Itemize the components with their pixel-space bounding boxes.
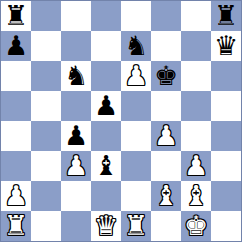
- square-c4[interactable]: ♟: [61, 121, 91, 151]
- chess-board: ♜♜♟♞♛♞♟♚♟♟♟♟♝♟♟♝♝♜♛♜♚: [0, 0, 242, 242]
- white-pawn[interactable]: ♟: [64, 152, 88, 179]
- white-queen[interactable]: ♛: [94, 212, 118, 239]
- white-king[interactable]: ♚: [184, 212, 208, 239]
- square-b6[interactable]: [31, 61, 61, 91]
- white-pawn[interactable]: ♟: [184, 152, 208, 179]
- square-b2[interactable]: [31, 181, 61, 211]
- square-h4[interactable]: [211, 121, 241, 151]
- square-h7[interactable]: ♛: [211, 31, 241, 61]
- square-g1[interactable]: ♚: [181, 211, 211, 241]
- square-d5[interactable]: ♟: [91, 91, 121, 121]
- square-b8[interactable]: [31, 1, 61, 31]
- square-h3[interactable]: [211, 151, 241, 181]
- square-h5[interactable]: [211, 91, 241, 121]
- square-h6[interactable]: [211, 61, 241, 91]
- black-pawn[interactable]: ♟: [94, 92, 118, 119]
- square-h2[interactable]: [211, 181, 241, 211]
- square-b5[interactable]: [31, 91, 61, 121]
- square-e7[interactable]: ♞: [121, 31, 151, 61]
- square-h1[interactable]: [211, 211, 241, 241]
- black-knight[interactable]: ♞: [124, 32, 148, 59]
- square-d2[interactable]: [91, 181, 121, 211]
- square-c3[interactable]: ♟: [61, 151, 91, 181]
- square-a7[interactable]: ♟: [1, 31, 31, 61]
- square-f6[interactable]: ♚: [151, 61, 181, 91]
- black-pawn[interactable]: ♟: [4, 32, 28, 59]
- white-pawn[interactable]: ♟: [4, 182, 28, 209]
- white-pawn[interactable]: ♟: [154, 122, 178, 149]
- square-e1[interactable]: ♜: [121, 211, 151, 241]
- white-bishop[interactable]: ♝: [154, 182, 178, 209]
- square-e5[interactable]: [121, 91, 151, 121]
- square-b3[interactable]: [31, 151, 61, 181]
- square-a6[interactable]: [1, 61, 31, 91]
- black-queen[interactable]: ♛: [214, 32, 238, 59]
- square-f1[interactable]: [151, 211, 181, 241]
- square-f4[interactable]: ♟: [151, 121, 181, 151]
- black-rook[interactable]: ♜: [4, 2, 28, 29]
- square-h8[interactable]: ♜: [211, 1, 241, 31]
- square-d7[interactable]: [91, 31, 121, 61]
- square-b4[interactable]: [31, 121, 61, 151]
- square-f2[interactable]: ♝: [151, 181, 181, 211]
- square-c1[interactable]: [61, 211, 91, 241]
- black-rook[interactable]: ♜: [214, 2, 238, 29]
- square-e6[interactable]: ♟: [121, 61, 151, 91]
- square-d1[interactable]: ♛: [91, 211, 121, 241]
- square-g4[interactable]: [181, 121, 211, 151]
- black-king[interactable]: ♚: [154, 62, 178, 89]
- square-a5[interactable]: [1, 91, 31, 121]
- square-f7[interactable]: [151, 31, 181, 61]
- square-b7[interactable]: [31, 31, 61, 61]
- black-pawn[interactable]: ♟: [64, 122, 88, 149]
- square-d4[interactable]: [91, 121, 121, 151]
- square-e2[interactable]: [121, 181, 151, 211]
- square-d8[interactable]: [91, 1, 121, 31]
- white-rook[interactable]: ♜: [124, 212, 148, 239]
- square-g8[interactable]: [181, 1, 211, 31]
- square-a3[interactable]: [1, 151, 31, 181]
- square-d6[interactable]: [91, 61, 121, 91]
- square-c5[interactable]: [61, 91, 91, 121]
- square-d3[interactable]: ♝: [91, 151, 121, 181]
- square-c6[interactable]: ♞: [61, 61, 91, 91]
- square-a1[interactable]: ♜: [1, 211, 31, 241]
- white-pawn[interactable]: ♟: [124, 62, 148, 89]
- square-g5[interactable]: [181, 91, 211, 121]
- square-g3[interactable]: ♟: [181, 151, 211, 181]
- square-f5[interactable]: [151, 91, 181, 121]
- square-f8[interactable]: [151, 1, 181, 31]
- square-a4[interactable]: [1, 121, 31, 151]
- white-bishop[interactable]: ♝: [184, 182, 208, 209]
- square-e4[interactable]: [121, 121, 151, 151]
- square-e8[interactable]: [121, 1, 151, 31]
- square-g6[interactable]: [181, 61, 211, 91]
- black-knight[interactable]: ♞: [64, 62, 88, 89]
- square-g7[interactable]: [181, 31, 211, 61]
- square-a8[interactable]: ♜: [1, 1, 31, 31]
- square-a2[interactable]: ♟: [1, 181, 31, 211]
- square-e3[interactable]: [121, 151, 151, 181]
- white-rook[interactable]: ♜: [4, 212, 28, 239]
- square-c7[interactable]: [61, 31, 91, 61]
- square-b1[interactable]: [31, 211, 61, 241]
- black-bishop[interactable]: ♝: [94, 152, 118, 179]
- square-c8[interactable]: [61, 1, 91, 31]
- square-c2[interactable]: [61, 181, 91, 211]
- square-f3[interactable]: [151, 151, 181, 181]
- square-g2[interactable]: ♝: [181, 181, 211, 211]
